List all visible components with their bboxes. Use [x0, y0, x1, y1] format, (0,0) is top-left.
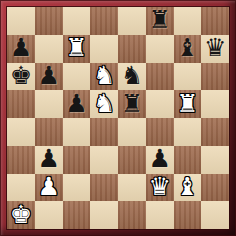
- piece-black-pawn-b6[interactable]: ♟: [37, 63, 59, 90]
- square-a6[interactable]: ♚: [7, 63, 35, 91]
- square-e1[interactable]: [118, 201, 146, 229]
- square-c1[interactable]: [63, 201, 91, 229]
- piece-white-king-a1[interactable]: ♚: [10, 202, 32, 229]
- square-g3[interactable]: [174, 146, 202, 174]
- square-e7[interactable]: [118, 35, 146, 63]
- square-h6[interactable]: [201, 63, 229, 91]
- square-h3[interactable]: [201, 146, 229, 174]
- square-h2[interactable]: [201, 174, 229, 202]
- piece-black-rook-e5[interactable]: ♜: [121, 91, 143, 118]
- square-a2[interactable]: [7, 174, 35, 202]
- square-g4[interactable]: [174, 118, 202, 146]
- board-frame: ♜♟♜♝♛♚♟♞♞♟♞♜♜♟♟♟♛♝♚: [0, 0, 236, 236]
- square-d3[interactable]: [90, 146, 118, 174]
- square-a8[interactable]: [7, 7, 35, 35]
- square-d6[interactable]: ♞: [90, 63, 118, 91]
- square-b3[interactable]: ♟: [35, 146, 63, 174]
- square-h8[interactable]: [201, 7, 229, 35]
- square-f1[interactable]: [146, 201, 174, 229]
- square-e8[interactable]: [118, 7, 146, 35]
- square-b5[interactable]: [35, 90, 63, 118]
- chess-board: ♜♟♜♝♛♚♟♞♞♟♞♜♜♟♟♟♛♝♚: [7, 7, 229, 229]
- square-b1[interactable]: [35, 201, 63, 229]
- square-e4[interactable]: [118, 118, 146, 146]
- square-c5[interactable]: ♟: [63, 90, 91, 118]
- square-h4[interactable]: [201, 118, 229, 146]
- square-h1[interactable]: [201, 201, 229, 229]
- square-d5[interactable]: ♞: [90, 90, 118, 118]
- square-g2[interactable]: ♝: [174, 174, 202, 202]
- piece-black-queen-h7[interactable]: ♛: [204, 35, 226, 62]
- square-d7[interactable]: [90, 35, 118, 63]
- square-c4[interactable]: [63, 118, 91, 146]
- square-h5[interactable]: [201, 90, 229, 118]
- square-e3[interactable]: [118, 146, 146, 174]
- square-g1[interactable]: [174, 201, 202, 229]
- square-c8[interactable]: [63, 7, 91, 35]
- square-e5[interactable]: ♜: [118, 90, 146, 118]
- square-d4[interactable]: [90, 118, 118, 146]
- square-g6[interactable]: [174, 63, 202, 91]
- square-a7[interactable]: ♟: [7, 35, 35, 63]
- square-e6[interactable]: ♞: [118, 63, 146, 91]
- piece-white-pawn-b2[interactable]: ♟: [37, 174, 59, 201]
- square-g5[interactable]: ♜: [174, 90, 202, 118]
- piece-white-bishop-g2[interactable]: ♝: [176, 174, 198, 201]
- square-a4[interactable]: [7, 118, 35, 146]
- piece-black-king-a6[interactable]: ♚: [10, 63, 32, 90]
- square-b6[interactable]: ♟: [35, 63, 63, 91]
- square-f6[interactable]: [146, 63, 174, 91]
- square-a3[interactable]: [7, 146, 35, 174]
- square-b4[interactable]: [35, 118, 63, 146]
- square-b8[interactable]: [35, 7, 63, 35]
- square-c2[interactable]: [63, 174, 91, 202]
- square-g8[interactable]: [174, 7, 202, 35]
- square-b2[interactable]: ♟: [35, 174, 63, 202]
- square-c7[interactable]: ♜: [63, 35, 91, 63]
- square-b7[interactable]: [35, 35, 63, 63]
- square-h7[interactable]: ♛: [201, 35, 229, 63]
- piece-black-rook-f8[interactable]: ♜: [148, 7, 170, 34]
- piece-black-pawn-c5[interactable]: ♟: [65, 91, 87, 118]
- square-a1[interactable]: ♚: [7, 201, 35, 229]
- piece-black-pawn-a7[interactable]: ♟: [10, 35, 32, 62]
- piece-black-pawn-b3[interactable]: ♟: [37, 146, 59, 173]
- piece-white-knight-d5[interactable]: ♞: [93, 91, 115, 118]
- piece-white-rook-c7[interactable]: ♜: [65, 35, 87, 62]
- square-g7[interactable]: ♝: [174, 35, 202, 63]
- piece-black-pawn-f3[interactable]: ♟: [148, 146, 170, 173]
- square-a5[interactable]: [7, 90, 35, 118]
- square-f5[interactable]: [146, 90, 174, 118]
- square-f8[interactable]: ♜: [146, 7, 174, 35]
- square-c6[interactable]: [63, 63, 91, 91]
- square-f7[interactable]: [146, 35, 174, 63]
- piece-white-rook-g5[interactable]: ♜: [176, 91, 198, 118]
- piece-black-knight-e6[interactable]: ♞: [121, 63, 143, 90]
- piece-white-queen-f2[interactable]: ♛: [148, 174, 170, 201]
- square-d1[interactable]: [90, 201, 118, 229]
- square-d2[interactable]: [90, 174, 118, 202]
- square-f4[interactable]: [146, 118, 174, 146]
- square-c3[interactable]: [63, 146, 91, 174]
- piece-black-bishop-g7[interactable]: ♝: [176, 35, 198, 62]
- piece-white-knight-d6[interactable]: ♞: [93, 63, 115, 90]
- square-e2[interactable]: [118, 174, 146, 202]
- square-f2[interactable]: ♛: [146, 174, 174, 202]
- square-d8[interactable]: [90, 7, 118, 35]
- square-f3[interactable]: ♟: [146, 146, 174, 174]
